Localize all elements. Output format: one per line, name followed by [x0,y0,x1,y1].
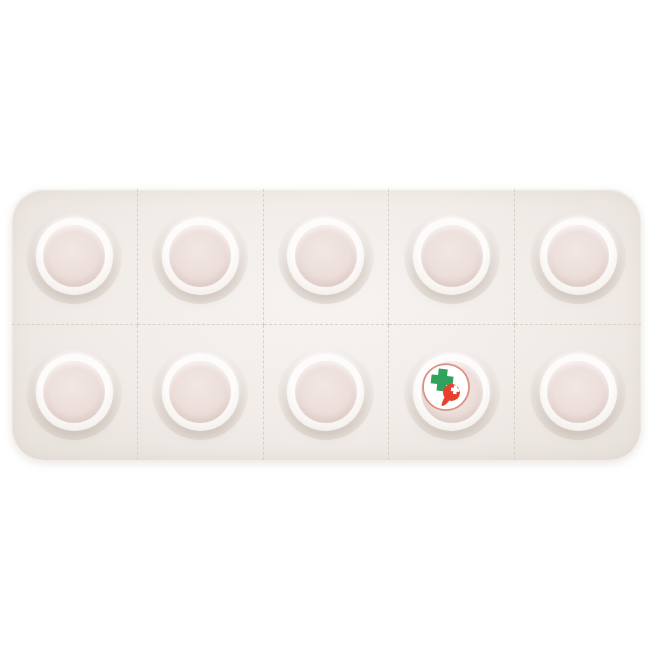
tablet [421,225,483,287]
blister-cell-r2c3 [264,325,390,461]
tablet [169,225,231,287]
blister-dome-base [152,208,248,304]
blister-cell-r1c4 [389,189,515,325]
blister-cell-r2c2 [138,325,264,461]
blister-dome [413,218,490,295]
blister-dome [540,354,617,431]
blister-cell-r2c4 [389,325,515,461]
tablet [547,361,609,423]
tablet [43,361,105,423]
tablet [43,225,105,287]
blister-dome [36,218,113,295]
blister-dome-base [278,208,374,304]
blister-dome [540,218,617,295]
blister-cell-r2c1 [12,325,138,461]
blister-dome-base [404,344,500,440]
blister-dome [413,354,490,431]
blister-dome-base [152,344,248,440]
blister-dome [287,354,364,431]
blister-grid [12,189,641,460]
blister-dome-base [278,344,374,440]
blister-dome-base [26,344,122,440]
blister-dome-base [26,208,122,304]
blister-dome-base [404,208,500,304]
tablet [295,361,357,423]
blister-dome [162,218,239,295]
tablet [295,225,357,287]
blister-dome [162,354,239,431]
blister-cell-r2c5 [515,325,641,461]
tablet [421,361,483,423]
blister-dome-base [530,208,626,304]
tablet [169,361,231,423]
tablet [547,225,609,287]
blister-cell-r1c5 [515,189,641,325]
blister-dome [287,218,364,295]
photo-canvas [0,0,648,648]
blister-dome [36,354,113,431]
blister-cell-r1c1 [12,189,138,325]
blister-cell-r1c2 [138,189,264,325]
blister-dome-base [530,344,626,440]
blister-cell-r1c3 [264,189,390,325]
blister-pack [12,189,641,460]
